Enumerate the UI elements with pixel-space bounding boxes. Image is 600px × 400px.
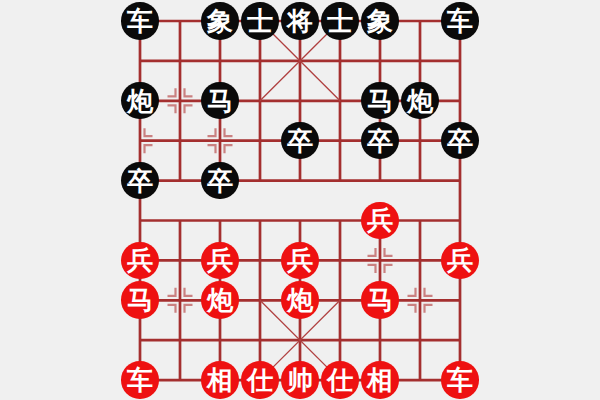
piece-black-elephant[interactable]: 象 bbox=[361, 2, 399, 40]
piece-red-soldier[interactable]: 兵 bbox=[441, 242, 479, 280]
piece-black-advisor[interactable]: 士 bbox=[321, 2, 359, 40]
piece-black-chariot[interactable]: 车 bbox=[441, 2, 479, 40]
piece-red-chariot[interactable]: 车 bbox=[441, 361, 479, 399]
piece-black-soldier[interactable]: 卒 bbox=[201, 162, 239, 200]
piece-red-soldier[interactable]: 兵 bbox=[361, 202, 399, 240]
piece-red-elephant[interactable]: 相 bbox=[361, 361, 399, 399]
piece-red-soldier[interactable]: 兵 bbox=[281, 242, 319, 280]
piece-red-horse[interactable]: 马 bbox=[121, 281, 159, 319]
piece-red-soldier[interactable]: 兵 bbox=[201, 242, 239, 280]
piece-red-chariot[interactable]: 车 bbox=[121, 361, 159, 399]
piece-black-soldier[interactable]: 卒 bbox=[441, 122, 479, 160]
piece-black-soldier[interactable]: 卒 bbox=[361, 122, 399, 160]
piece-red-advisor[interactable]: 仕 bbox=[321, 361, 359, 399]
xiangqi-app-screen: 车象士将士象车炮马马炮卒卒卒卒卒兵兵兵兵兵马炮炮马车相仕帅仕相车 bbox=[0, 0, 600, 400]
piece-red-cannon[interactable]: 炮 bbox=[201, 281, 239, 319]
piece-black-cannon[interactable]: 炮 bbox=[121, 82, 159, 120]
piece-red-horse[interactable]: 马 bbox=[361, 281, 399, 319]
piece-black-general[interactable]: 将 bbox=[281, 2, 319, 40]
piece-black-horse[interactable]: 马 bbox=[201, 82, 239, 120]
piece-black-chariot[interactable]: 车 bbox=[121, 2, 159, 40]
piece-black-cannon[interactable]: 炮 bbox=[401, 82, 439, 120]
piece-red-general[interactable]: 帅 bbox=[281, 361, 319, 399]
piece-black-advisor[interactable]: 士 bbox=[241, 2, 279, 40]
piece-red-advisor[interactable]: 仕 bbox=[241, 361, 279, 399]
piece-red-elephant[interactable]: 相 bbox=[201, 361, 239, 399]
piece-red-cannon[interactable]: 炮 bbox=[281, 281, 319, 319]
xiangqi-board[interactable]: 车象士将士象车炮马马炮卒卒卒卒卒兵兵兵兵兵马炮炮马车相仕帅仕相车 bbox=[120, 1, 480, 400]
piece-black-horse[interactable]: 马 bbox=[361, 82, 399, 120]
piece-black-elephant[interactable]: 象 bbox=[201, 2, 239, 40]
piece-red-soldier[interactable]: 兵 bbox=[121, 242, 159, 280]
piece-black-soldier[interactable]: 卒 bbox=[121, 162, 159, 200]
piece-black-soldier[interactable]: 卒 bbox=[281, 122, 319, 160]
